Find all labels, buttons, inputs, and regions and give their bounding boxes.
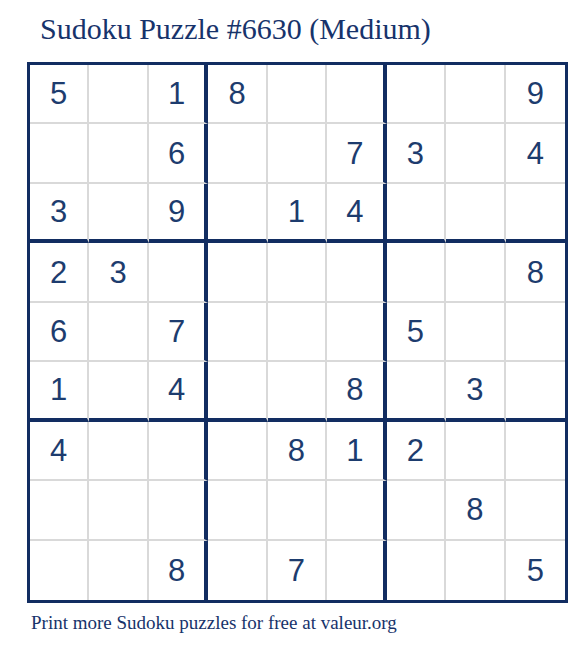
given-digit: 6 [50,316,67,347]
given-digit: 5 [527,555,544,586]
cell-r9c5: 7 [268,541,327,600]
given-digit: 7 [288,555,305,586]
cell-r4c3 [149,243,208,302]
given-digit: 3 [407,138,424,169]
given-digit: 9 [168,196,185,227]
sudoku-grid: 518967343914238675148348128875 [27,62,568,603]
cell-r4c1: 2 [30,243,89,302]
cell-r5c3: 7 [149,303,208,362]
cell-r7c2 [89,422,148,481]
cell-r8c8: 8 [446,481,505,540]
cell-r9c1 [30,541,89,600]
cell-r6c3: 4 [149,362,208,421]
cell-r8c3 [149,481,208,540]
cell-r8c9 [506,481,565,540]
cell-r6c5 [268,362,327,421]
cell-r4c7 [387,243,446,302]
given-digit: 3 [110,257,127,288]
cell-r4c2: 3 [89,243,148,302]
cell-r7c9 [506,422,565,481]
cell-r7c8 [446,422,505,481]
given-digit: 4 [346,196,363,227]
page-title: Sudoku Puzzle #6630 (Medium) [40,12,431,46]
cell-r3c2 [89,184,148,243]
cell-r6c6: 8 [327,362,386,421]
cell-r2c3: 6 [149,124,208,183]
cell-r5c8 [446,303,505,362]
cell-r3c8 [446,184,505,243]
cell-r9c6 [327,541,386,600]
cell-r1c5 [268,65,327,124]
cell-r1c9: 9 [506,65,565,124]
cell-r6c2 [89,362,148,421]
cell-r5c6 [327,303,386,362]
cell-r5c9 [506,303,565,362]
cell-r8c4 [208,481,267,540]
cell-r2c6: 7 [327,124,386,183]
cell-r4c5 [268,243,327,302]
cell-r5c5 [268,303,327,362]
given-digit: 4 [527,138,544,169]
given-digit: 3 [466,374,483,405]
cell-r2c7: 3 [387,124,446,183]
cell-r7c4 [208,422,267,481]
given-digit: 1 [346,435,363,466]
given-digit: 8 [466,494,483,525]
cell-r6c8: 3 [446,362,505,421]
cell-r7c1: 4 [30,422,89,481]
given-digit: 5 [407,316,424,347]
cell-r1c4: 8 [208,65,267,124]
cell-r8c5 [268,481,327,540]
given-digit: 7 [168,316,185,347]
given-digit: 9 [527,78,544,109]
given-digit: 8 [228,78,245,109]
given-digit: 8 [288,435,305,466]
cell-r4c4 [208,243,267,302]
cell-r2c2 [89,124,148,183]
given-digit: 8 [346,374,363,405]
given-digit: 1 [50,374,67,405]
cell-r9c7 [387,541,446,600]
given-digit: 8 [527,257,544,288]
cell-r8c2 [89,481,148,540]
cell-r7c5: 8 [268,422,327,481]
cell-r3c4 [208,184,267,243]
given-digit: 7 [346,138,363,169]
cell-r5c7: 5 [387,303,446,362]
given-digit: 4 [168,374,185,405]
given-digit: 3 [50,196,67,227]
cell-r1c1: 5 [30,65,89,124]
cell-r9c4 [208,541,267,600]
cell-r2c1 [30,124,89,183]
cell-r5c4 [208,303,267,362]
footer-note: Print more Sudoku puzzles for free at va… [31,612,397,634]
cell-r1c8 [446,65,505,124]
cell-r6c4 [208,362,267,421]
cell-r1c7 [387,65,446,124]
cell-r3c1: 3 [30,184,89,243]
cell-r3c7 [387,184,446,243]
cell-r7c6: 1 [327,422,386,481]
cell-r2c8 [446,124,505,183]
cell-r4c9: 8 [506,243,565,302]
cell-r6c1: 1 [30,362,89,421]
cell-r1c2 [89,65,148,124]
cell-r4c8 [446,243,505,302]
cell-r6c7 [387,362,446,421]
cell-r5c2 [89,303,148,362]
cell-r3c5: 1 [268,184,327,243]
given-digit: 1 [288,196,305,227]
cell-r2c4 [208,124,267,183]
cell-r9c2 [89,541,148,600]
cell-r5c1: 6 [30,303,89,362]
given-digit: 1 [168,78,185,109]
cell-r8c6 [327,481,386,540]
cell-r9c9: 5 [506,541,565,600]
cell-r6c9 [506,362,565,421]
cell-r4c6 [327,243,386,302]
cell-r3c6: 4 [327,184,386,243]
cell-r8c1 [30,481,89,540]
cell-r1c3: 1 [149,65,208,124]
cell-r3c3: 9 [149,184,208,243]
cell-r1c6 [327,65,386,124]
cell-r3c9 [506,184,565,243]
cell-r7c3 [149,422,208,481]
cell-r9c8 [446,541,505,600]
cell-r2c5 [268,124,327,183]
given-digit: 5 [50,78,67,109]
cell-r8c7 [387,481,446,540]
cell-r2c9: 4 [506,124,565,183]
given-digit: 8 [168,555,185,586]
given-digit: 2 [50,257,67,288]
cell-r9c3: 8 [149,541,208,600]
given-digit: 2 [407,435,424,466]
given-digit: 4 [50,435,67,466]
cell-r7c7: 2 [387,422,446,481]
given-digit: 6 [168,138,185,169]
